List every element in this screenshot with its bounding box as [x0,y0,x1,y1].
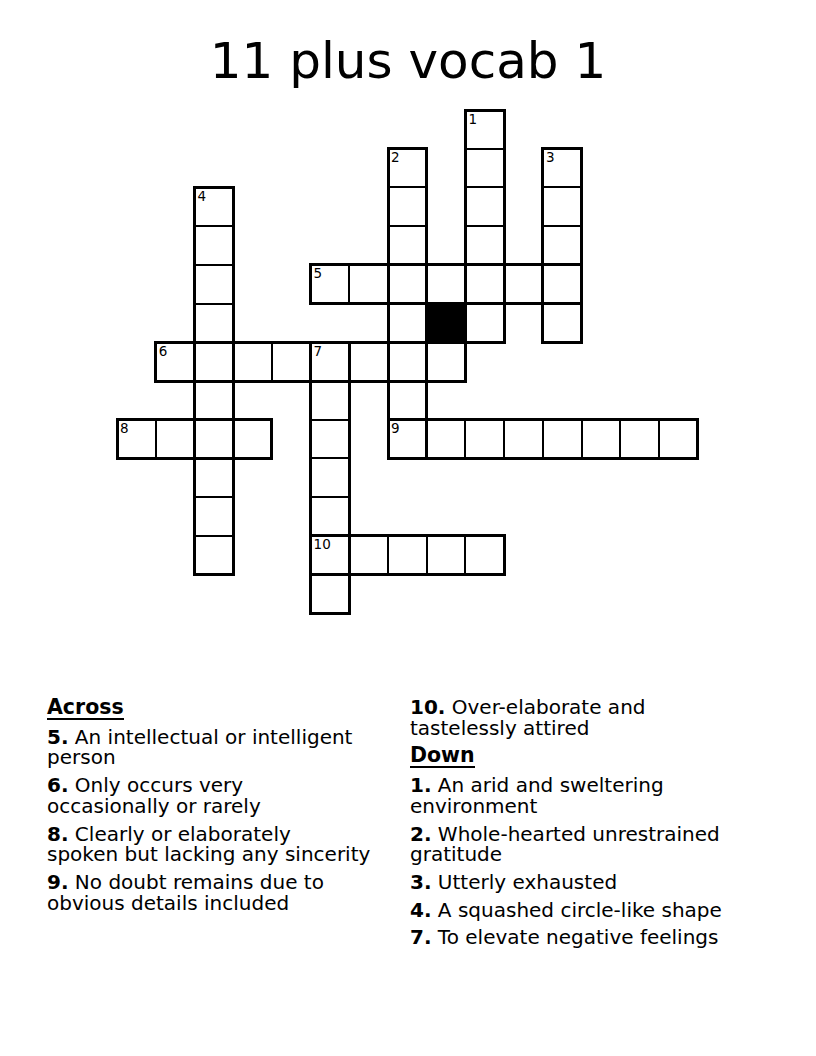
grid-cell[interactable] [311,420,350,459]
grid-cell[interactable] [465,187,504,226]
across-header: Across [47,697,399,720]
grid-cell[interactable] [388,265,427,304]
grid-cell[interactable] [156,420,195,459]
cell-number-8: 8 [117,420,129,436]
grid-cell[interactable] [465,149,504,188]
grid-cell[interactable] [465,265,504,304]
grid-cell[interactable] [194,381,233,420]
cell-number-1: 1 [465,110,477,126]
clues-column-right: 10. Over-elaborate and tastelessly attir… [410,697,774,955]
grid-cell[interactable] [659,420,698,459]
cell-number-2: 2 [388,149,400,165]
grid-cell[interactable] [194,304,233,343]
grid-cell[interactable] [194,458,233,497]
grid-cell[interactable] [194,497,233,536]
grid-cell[interactable] [311,497,350,536]
grid-cell[interactable] [465,304,504,343]
cell-number-6: 6 [156,342,168,358]
grid-cell[interactable] [543,187,582,226]
cell-number-10: 10 [311,536,331,552]
cell-number-7: 7 [311,342,323,358]
grid-cell[interactable] [388,187,427,226]
grid-cell[interactable] [311,458,350,497]
across-clue-5: 5. An intellectual or intelligent person [47,727,399,768]
grid-cell[interactable] [272,342,311,381]
grid-cell[interactable] [349,342,388,381]
across-clue-9: 9. No doubt remains due to obvious detai… [47,872,399,913]
down-clue-1: 1. An arid and sweltering environment [410,775,774,816]
grid-cell[interactable] [427,536,466,575]
clues-column-left: Across5. An intellectual or intelligent … [47,697,399,920]
grid-cell[interactable] [194,265,233,304]
grid-cell[interactable] [543,420,582,459]
grid-cell[interactable] [194,536,233,575]
grid-cell[interactable] [194,342,233,381]
across-clue-10: 10. Over-elaborate and tastelessly attir… [410,697,774,738]
grid-cell[interactable] [388,342,427,381]
grid-cell[interactable] [233,342,272,381]
cell-number-4: 4 [194,187,206,203]
grid-cell[interactable] [620,420,659,459]
grid-cell[interactable] [465,536,504,575]
grid-cell[interactable] [504,420,543,459]
grid-cell[interactable] [427,420,466,459]
grid-cell[interactable] [311,575,350,614]
grid-cell[interactable] [543,265,582,304]
down-clue-2: 2. Whole-hearted unrestrained gratitude [410,824,774,865]
grid-cell[interactable] [465,420,504,459]
down-clue-7: 7. To elevate negative feelings [410,927,774,948]
grid-cell[interactable] [582,420,621,459]
grid-cell[interactable] [349,265,388,304]
grid-cell[interactable] [388,226,427,265]
grid-cell[interactable] [194,420,233,459]
down-header: Down [410,745,774,768]
cell-number-9: 9 [388,420,400,436]
across-clue-6: 6. Only occurs very occasionally or rare… [47,775,399,816]
grid-cell[interactable] [349,536,388,575]
grid-cell[interactable] [543,304,582,343]
grid-cell[interactable] [194,226,233,265]
across-clue-8: 8. Clearly or elaborately spoken but lac… [47,824,399,865]
down-clue-3: 3. Utterly exhausted [410,872,774,893]
cell-number-3: 3 [543,149,555,165]
crossword-grid: 12345678910 [117,110,699,615]
grid-cell[interactable] [427,265,466,304]
grid-cell[interactable] [388,536,427,575]
grid-cell[interactable] [543,226,582,265]
cell-number-5: 5 [311,265,323,281]
puzzle-title: 11 plus vocab 1 [0,32,816,90]
grid-cell[interactable] [311,381,350,420]
down-clue-4: 4. A squashed circle-like shape [410,900,774,921]
grid-cell[interactable] [465,226,504,265]
grid-cell[interactable] [233,420,272,459]
black-cell [427,304,466,343]
grid-cell[interactable] [427,342,466,381]
grid-cell[interactable] [504,265,543,304]
grid-cell[interactable] [388,304,427,343]
grid-cell[interactable] [388,381,427,420]
